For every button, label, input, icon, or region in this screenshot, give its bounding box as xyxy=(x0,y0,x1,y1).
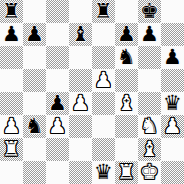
black-pawn-c4[interactable]: ♟ xyxy=(48,92,67,115)
square-d4[interactable]: ♟ xyxy=(69,92,92,115)
square-b1[interactable] xyxy=(23,161,46,184)
white-rook-f1[interactable]: ♜ xyxy=(117,161,136,184)
square-h7[interactable] xyxy=(161,23,184,46)
white-pawn-a3[interactable]: ♟ xyxy=(2,115,21,138)
square-f7[interactable]: ♟ xyxy=(115,23,138,46)
square-c6[interactable] xyxy=(46,46,69,69)
square-b4[interactable] xyxy=(23,92,46,115)
square-e3[interactable] xyxy=(92,115,115,138)
square-d6[interactable] xyxy=(69,46,92,69)
square-h1[interactable] xyxy=(161,161,184,184)
black-pawn-b7[interactable]: ♟ xyxy=(25,23,44,46)
square-d2[interactable] xyxy=(69,138,92,161)
square-a2[interactable]: ♜ xyxy=(0,138,23,161)
square-f4[interactable]: ♝ xyxy=(115,92,138,115)
square-c4[interactable]: ♟ xyxy=(46,92,69,115)
square-g3[interactable]: ♞ xyxy=(138,115,161,138)
square-a7[interactable]: ♟ xyxy=(0,23,23,46)
white-pawn-e5[interactable]: ♟ xyxy=(94,69,113,92)
black-pawn-f7[interactable]: ♟ xyxy=(117,23,136,46)
square-h4[interactable]: ♛ xyxy=(161,92,184,115)
square-e1[interactable]: ♛ xyxy=(92,161,115,184)
square-d3[interactable] xyxy=(69,115,92,138)
square-h8[interactable] xyxy=(161,0,184,23)
square-e2[interactable] xyxy=(92,138,115,161)
black-king-g8[interactable]: ♚ xyxy=(140,0,159,23)
square-f1[interactable]: ♜ xyxy=(115,161,138,184)
square-f2[interactable] xyxy=(115,138,138,161)
square-g8[interactable]: ♚ xyxy=(138,0,161,23)
square-b6[interactable] xyxy=(23,46,46,69)
square-h2[interactable] xyxy=(161,138,184,161)
white-pawn-c3[interactable]: ♟ xyxy=(48,115,67,138)
square-b2[interactable] xyxy=(23,138,46,161)
square-c3[interactable]: ♟ xyxy=(46,115,69,138)
square-d7[interactable]: ♝ xyxy=(69,23,92,46)
square-f5[interactable] xyxy=(115,69,138,92)
square-g6[interactable] xyxy=(138,46,161,69)
square-b3[interactable]: ♞ xyxy=(23,115,46,138)
square-f6[interactable]: ♞ xyxy=(115,46,138,69)
square-a1[interactable] xyxy=(0,161,23,184)
square-e8[interactable]: ♜ xyxy=(92,0,115,23)
black-knight-f6[interactable]: ♞ xyxy=(117,46,136,69)
white-bishop-f4[interactable]: ♝ xyxy=(117,92,136,115)
square-c8[interactable] xyxy=(46,0,69,23)
black-rook-a8[interactable]: ♜ xyxy=(2,0,21,23)
chess-diagram: ♜♜♚♟♟♝♟♟♞♟♟♟♟♝♛♟♞♟♞♟♜♝♛♜♚ xyxy=(0,0,184,184)
white-pawn-d4[interactable]: ♟ xyxy=(71,92,90,115)
square-b7[interactable]: ♟ xyxy=(23,23,46,46)
square-c7[interactable] xyxy=(46,23,69,46)
white-bishop-g2[interactable]: ♝ xyxy=(140,138,159,161)
square-g4[interactable] xyxy=(138,92,161,115)
square-d5[interactable] xyxy=(69,69,92,92)
square-e7[interactable] xyxy=(92,23,115,46)
square-g7[interactable]: ♟ xyxy=(138,23,161,46)
black-pawn-a7[interactable]: ♟ xyxy=(2,23,21,46)
square-e5[interactable]: ♟ xyxy=(92,69,115,92)
square-b5[interactable] xyxy=(23,69,46,92)
white-pawn-h3[interactable]: ♟ xyxy=(163,115,182,138)
square-f8[interactable] xyxy=(115,0,138,23)
square-f3[interactable] xyxy=(115,115,138,138)
square-d1[interactable] xyxy=(69,161,92,184)
black-pawn-g7[interactable]: ♟ xyxy=(140,23,159,46)
square-e4[interactable] xyxy=(92,92,115,115)
square-g5[interactable] xyxy=(138,69,161,92)
square-c2[interactable] xyxy=(46,138,69,161)
black-rook-e8[interactable]: ♜ xyxy=(94,0,113,23)
square-a3[interactable]: ♟ xyxy=(0,115,23,138)
black-pawn-h6[interactable]: ♟ xyxy=(163,46,182,69)
square-b8[interactable] xyxy=(23,0,46,23)
black-queen-e1[interactable]: ♛ xyxy=(94,161,113,184)
square-h6[interactable]: ♟ xyxy=(161,46,184,69)
square-h3[interactable]: ♟ xyxy=(161,115,184,138)
square-g1[interactable]: ♚ xyxy=(138,161,161,184)
square-e6[interactable] xyxy=(92,46,115,69)
square-a5[interactable] xyxy=(0,69,23,92)
black-bishop-d7[interactable]: ♝ xyxy=(71,23,90,46)
white-rook-a2[interactable]: ♜ xyxy=(2,138,21,161)
square-a6[interactable] xyxy=(0,46,23,69)
white-king-g1[interactable]: ♚ xyxy=(140,161,159,184)
chess-board: ♜♜♚♟♟♝♟♟♞♟♟♟♟♝♛♟♞♟♞♟♜♝♛♜♚ xyxy=(0,0,184,184)
square-d8[interactable] xyxy=(69,0,92,23)
white-knight-g3[interactable]: ♞ xyxy=(140,115,159,138)
square-c5[interactable] xyxy=(46,69,69,92)
square-h5[interactable] xyxy=(161,69,184,92)
square-a4[interactable] xyxy=(0,92,23,115)
square-c1[interactable] xyxy=(46,161,69,184)
black-knight-b3[interactable]: ♞ xyxy=(25,115,44,138)
black-queen-h4[interactable]: ♛ xyxy=(163,92,182,115)
square-a8[interactable]: ♜ xyxy=(0,0,23,23)
square-g2[interactable]: ♝ xyxy=(138,138,161,161)
